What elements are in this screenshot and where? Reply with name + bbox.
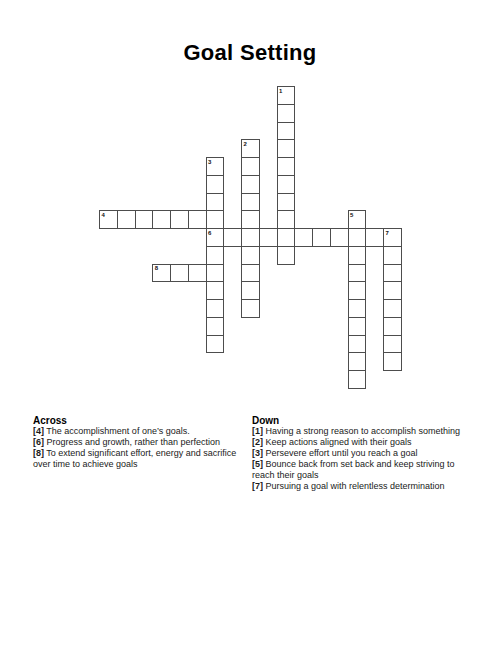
grid-cell[interactable]: 4 bbox=[99, 210, 118, 229]
clue-item-text: Bounce back from set back and keep striv… bbox=[252, 459, 455, 480]
grid-cell[interactable] bbox=[383, 246, 402, 265]
clue-item-number: [4] bbox=[33, 426, 44, 436]
grid-cell[interactable] bbox=[152, 210, 171, 229]
clue-item-down-5: [5] Bounce back from set back and keep s… bbox=[252, 459, 472, 481]
grid-cell[interactable] bbox=[277, 228, 296, 247]
grid-cell[interactable] bbox=[206, 264, 225, 283]
clue-item-text: To extend significant effort, energy and… bbox=[33, 448, 236, 469]
grid-cell[interactable]: 5 bbox=[348, 210, 367, 229]
grid-cell[interactable] bbox=[188, 264, 207, 283]
grid-cell[interactable] bbox=[348, 335, 367, 354]
grid-cell[interactable] bbox=[241, 157, 260, 176]
grid-cell[interactable] bbox=[330, 228, 349, 247]
clue-item-number: [3] bbox=[252, 448, 263, 458]
clue-item-number: [7] bbox=[252, 481, 263, 491]
grid-cell[interactable] bbox=[206, 246, 225, 265]
clue-number: 6 bbox=[208, 230, 211, 237]
grid-cell[interactable] bbox=[348, 246, 367, 265]
grid-cell[interactable] bbox=[277, 193, 296, 212]
clue-number: 1 bbox=[279, 88, 282, 95]
clue-number: 3 bbox=[208, 159, 211, 166]
grid-cell[interactable] bbox=[348, 281, 367, 300]
grid-cell[interactable]: 3 bbox=[206, 157, 225, 176]
grid-cell[interactable] bbox=[277, 139, 296, 158]
grid-cell[interactable] bbox=[206, 193, 225, 212]
grid-cell[interactable] bbox=[383, 317, 402, 336]
grid-cell[interactable]: 7 bbox=[383, 228, 402, 247]
clue-item-down-3: [3] Persevere effort until you reach a g… bbox=[252, 448, 472, 459]
grid-cell[interactable] bbox=[277, 122, 296, 141]
grid-cell[interactable] bbox=[348, 228, 367, 247]
grid-cell[interactable] bbox=[223, 228, 242, 247]
clue-item-text: Keep actions aligned with their goals bbox=[263, 437, 412, 447]
clue-item-number: [1] bbox=[252, 426, 263, 436]
clue-item-text: The accomplishment of one’s goals. bbox=[44, 426, 190, 436]
grid-cell[interactable] bbox=[170, 210, 189, 229]
across-clues-section: Across [4] The accomplishment of one’s g… bbox=[33, 415, 255, 470]
clue-item-number: [6] bbox=[33, 437, 44, 447]
across-clue-list: [4] The accomplishment of one’s goals.[6… bbox=[33, 426, 255, 470]
clue-item-number: [8] bbox=[33, 448, 44, 458]
grid-cell[interactable] bbox=[348, 370, 367, 389]
grid-cell[interactable] bbox=[348, 299, 367, 318]
clue-item-across-4: [4] The accomplishment of one’s goals. bbox=[33, 426, 255, 437]
clue-item-text: Pursuing a goal with relentless determin… bbox=[263, 481, 445, 491]
grid-cell[interactable] bbox=[383, 299, 402, 318]
grid-cell[interactable] bbox=[277, 157, 296, 176]
clue-number: 5 bbox=[350, 212, 353, 219]
grid-cell[interactable] bbox=[348, 264, 367, 283]
grid-cell[interactable]: 8 bbox=[152, 264, 171, 283]
clue-item-across-6: [6] Progress and growth, rather than per… bbox=[33, 437, 255, 448]
grid-cell[interactable] bbox=[383, 335, 402, 354]
grid-cell[interactable] bbox=[365, 228, 384, 247]
grid-cell[interactable]: 2 bbox=[241, 139, 260, 158]
grid-cell[interactable] bbox=[206, 281, 225, 300]
grid-cell[interactable] bbox=[241, 228, 260, 247]
grid-cell[interactable] bbox=[188, 210, 207, 229]
crossword-board: 12345678 bbox=[99, 86, 402, 389]
clue-item-down-1: [1] Having a strong reason to accomplish… bbox=[252, 426, 472, 437]
grid-cell[interactable] bbox=[241, 210, 260, 229]
grid-cell[interactable] bbox=[206, 299, 225, 318]
grid-cell[interactable] bbox=[348, 352, 367, 371]
grid-cell[interactable] bbox=[170, 264, 189, 283]
across-header: Across bbox=[33, 415, 255, 426]
down-header: Down bbox=[252, 415, 472, 426]
grid-cell[interactable] bbox=[277, 210, 296, 229]
grid-cell[interactable] bbox=[241, 175, 260, 194]
grid-cell[interactable] bbox=[241, 281, 260, 300]
grid-cell[interactable] bbox=[312, 228, 331, 247]
grid-cell[interactable] bbox=[277, 104, 296, 123]
clue-item-down-2: [2] Keep actions aligned with their goal… bbox=[252, 437, 472, 448]
clue-item-number: [2] bbox=[252, 437, 263, 447]
grid-cell[interactable] bbox=[259, 228, 278, 247]
clue-number: 2 bbox=[244, 141, 247, 148]
clue-item-down-7: [7] Pursuing a goal with relentless dete… bbox=[252, 481, 472, 492]
grid-cell[interactable] bbox=[277, 175, 296, 194]
clue-item-number: [5] bbox=[252, 459, 263, 469]
clue-number: 8 bbox=[155, 265, 158, 272]
grid-cell[interactable] bbox=[277, 246, 296, 265]
grid-cell[interactable] bbox=[383, 264, 402, 283]
grid-cell[interactable]: 1 bbox=[277, 86, 296, 105]
clue-item-text: Progress and growth, rather than perfect… bbox=[44, 437, 220, 447]
grid-cell[interactable] bbox=[117, 210, 136, 229]
grid-cell[interactable]: 6 bbox=[206, 228, 225, 247]
grid-cell[interactable] bbox=[135, 210, 154, 229]
grid-cell[interactable] bbox=[206, 175, 225, 194]
grid-cell[interactable] bbox=[383, 281, 402, 300]
grid-cell[interactable] bbox=[241, 246, 260, 265]
down-clues-section: Down [1] Having a strong reason to accom… bbox=[252, 415, 472, 492]
clue-item-text: Persevere effort until you reach a goal bbox=[263, 448, 417, 458]
down-clue-list: [1] Having a strong reason to accomplish… bbox=[252, 426, 472, 492]
puzzle-title: Goal Setting bbox=[0, 42, 500, 64]
grid-cell[interactable] bbox=[206, 335, 225, 354]
clue-item-across-8: [8] To extend significant effort, energy… bbox=[33, 448, 255, 470]
grid-cell[interactable] bbox=[206, 317, 225, 336]
grid-cell[interactable] bbox=[241, 264, 260, 283]
grid-cell[interactable] bbox=[241, 299, 260, 318]
grid-cell[interactable] bbox=[294, 228, 313, 247]
clue-number: 4 bbox=[102, 212, 105, 219]
grid-cell[interactable] bbox=[348, 317, 367, 336]
grid-cell[interactable] bbox=[383, 352, 402, 371]
grid-cell[interactable] bbox=[206, 210, 225, 229]
grid-cell[interactable] bbox=[241, 193, 260, 212]
clue-number: 7 bbox=[386, 230, 389, 237]
clue-item-text: Having a strong reason to accomplish som… bbox=[263, 426, 460, 436]
